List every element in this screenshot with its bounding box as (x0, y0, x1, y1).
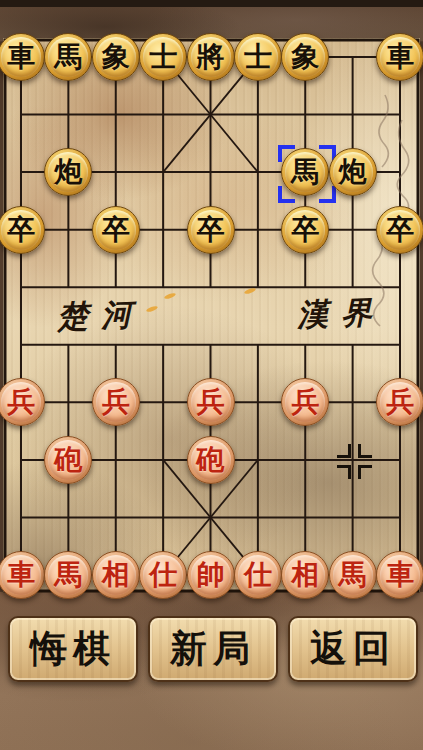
piece-glyph: 馬 (54, 561, 82, 589)
piece-glyph: 仕 (244, 561, 272, 589)
last-move-origin-marker-corner (337, 444, 351, 458)
piece-black-cannon[interactable]: 炮 (329, 148, 377, 196)
piece-red-cannon[interactable]: 砲 (44, 436, 92, 484)
piece-black-soldier[interactable]: 卒 (376, 206, 423, 254)
last-move-origin-marker-corner (358, 444, 372, 458)
piece-black-general[interactable]: 將 (187, 33, 235, 81)
piece-glyph: 象 (291, 43, 319, 71)
last-move-origin-marker-corner (358, 465, 372, 479)
piece-red-chariot[interactable]: 車 (376, 551, 423, 599)
piece-black-advisor[interactable]: 士 (139, 33, 187, 81)
piece-red-soldier[interactable]: 兵 (376, 378, 423, 426)
piece-glyph: 車 (7, 43, 35, 71)
piece-glyph: 兵 (102, 388, 130, 416)
xiangqi-app-screen: 楚河 漢界 車馬象士將士象車炮馬炮卒卒卒卒卒兵兵兵兵兵砲砲車馬相仕帥仕相馬車 悔… (0, 0, 423, 750)
piece-black-chariot[interactable]: 車 (376, 33, 423, 81)
piece-glyph: 仕 (149, 561, 177, 589)
piece-glyph: 帥 (197, 561, 225, 589)
piece-glyph: 炮 (54, 158, 82, 186)
piece-glyph: 馬 (291, 158, 319, 186)
piece-glyph: 卒 (386, 216, 414, 244)
piece-glyph: 象 (102, 43, 130, 71)
piece-black-advisor[interactable]: 士 (234, 33, 282, 81)
piece-black-soldier[interactable]: 卒 (92, 206, 140, 254)
piece-glyph: 車 (386, 43, 414, 71)
piece-glyph: 兵 (197, 388, 225, 416)
piece-glyph: 士 (149, 43, 177, 71)
piece-red-advisor[interactable]: 仕 (139, 551, 187, 599)
piece-red-elephant[interactable]: 相 (92, 551, 140, 599)
piece-glyph: 炮 (339, 158, 367, 186)
piece-glyph: 車 (386, 561, 414, 589)
piece-glyph: 卒 (197, 216, 225, 244)
piece-red-elephant[interactable]: 相 (281, 551, 329, 599)
piece-black-elephant[interactable]: 象 (92, 33, 140, 81)
river-label-right: 漢界 (296, 291, 385, 336)
piece-glyph: 卒 (291, 216, 319, 244)
undo-move-button[interactable]: 悔棋 (8, 616, 138, 682)
piece-red-advisor[interactable]: 仕 (234, 551, 282, 599)
piece-red-horse[interactable]: 馬 (44, 551, 92, 599)
piece-black-elephant[interactable]: 象 (281, 33, 329, 81)
piece-glyph: 將 (197, 43, 225, 71)
piece-black-horse[interactable]: 馬 (44, 33, 92, 81)
piece-glyph: 相 (102, 561, 130, 589)
piece-glyph: 卒 (102, 216, 130, 244)
piece-glyph: 士 (244, 43, 272, 71)
piece-black-horse[interactable]: 馬 (281, 148, 329, 196)
piece-red-horse[interactable]: 馬 (329, 551, 377, 599)
piece-black-cannon[interactable]: 炮 (44, 148, 92, 196)
piece-glyph: 砲 (197, 446, 225, 474)
piece-glyph: 相 (291, 561, 319, 589)
piece-glyph: 兵 (291, 388, 319, 416)
piece-glyph: 馬 (339, 561, 367, 589)
piece-glyph: 兵 (7, 388, 35, 416)
piece-red-soldier[interactable]: 兵 (92, 378, 140, 426)
last-move-origin-marker-corner (337, 465, 351, 479)
piece-red-cannon[interactable]: 砲 (187, 436, 235, 484)
new-game-button[interactable]: 新局 (148, 616, 278, 682)
piece-glyph: 兵 (386, 388, 414, 416)
piece-red-soldier[interactable]: 兵 (281, 378, 329, 426)
piece-black-soldier[interactable]: 卒 (187, 206, 235, 254)
piece-red-soldier[interactable]: 兵 (187, 378, 235, 426)
piece-glyph: 卒 (7, 216, 35, 244)
back-button[interactable]: 返回 (288, 616, 418, 682)
piece-glyph: 車 (7, 561, 35, 589)
piece-red-general[interactable]: 帥 (187, 551, 235, 599)
piece-glyph: 砲 (54, 446, 82, 474)
river-label-left: 楚河 (56, 293, 145, 338)
piece-glyph: 馬 (54, 43, 82, 71)
piece-black-soldier[interactable]: 卒 (281, 206, 329, 254)
